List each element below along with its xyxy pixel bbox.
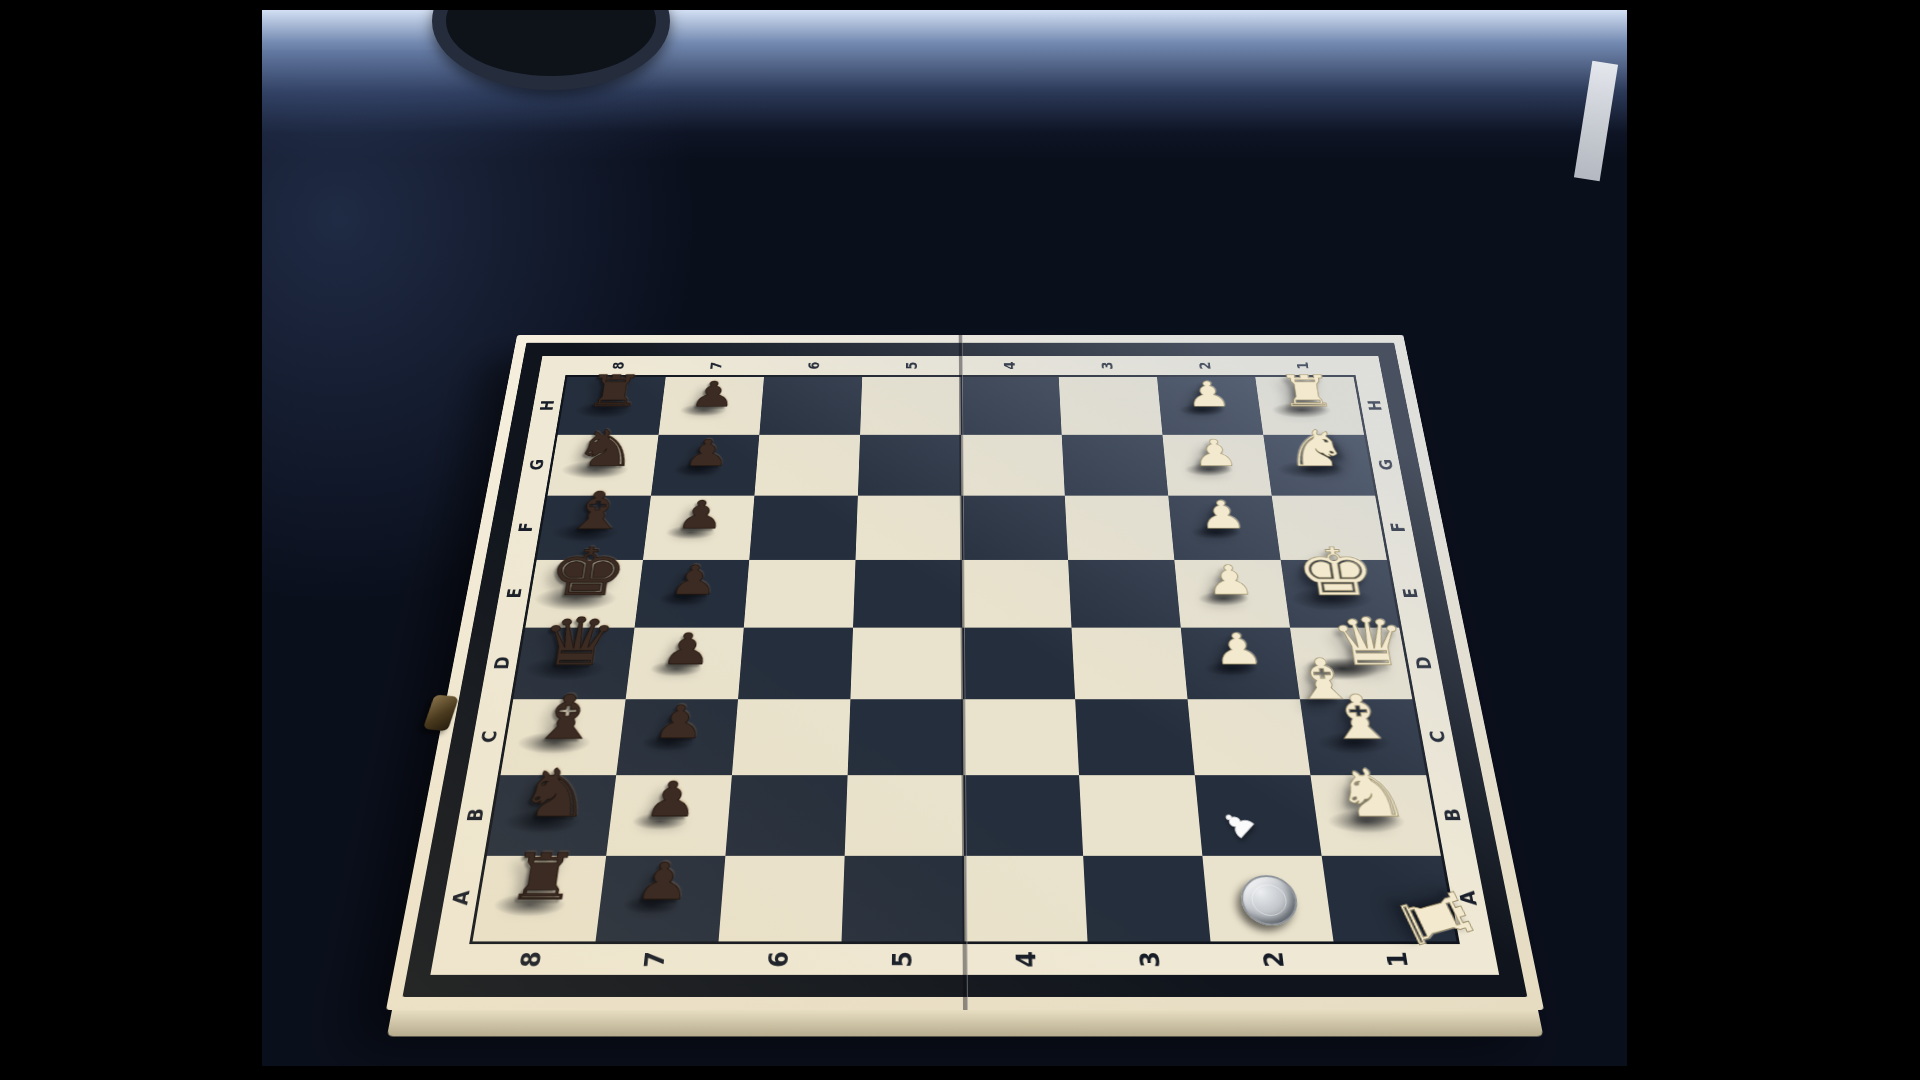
piece-shadow <box>678 404 727 417</box>
piece-shadow <box>491 893 568 917</box>
piece-shadow <box>639 734 696 751</box>
pawn-glyph: ♟ <box>1213 803 1261 845</box>
piece-shadow <box>1315 732 1393 755</box>
piece-shadow <box>1325 809 1407 833</box>
piece-shadow <box>522 657 608 681</box>
piece-shadow <box>1203 661 1258 677</box>
piece-shadow <box>1177 404 1227 417</box>
piece-shadow <box>515 732 592 755</box>
chess-board: 87654321 87654321 HGFEDCBA HGFEDCBA ♟♜ ♜… <box>386 335 1544 1010</box>
flat-items-layer: ♟♜ <box>472 377 1456 942</box>
board-surface: 87654321 87654321 HGFEDCBA HGFEDCBA ♟♜ <box>386 335 1544 1010</box>
piece-shadow <box>549 523 620 542</box>
board-front-edge <box>386 1010 1543 1036</box>
piece-shadow <box>1275 460 1346 478</box>
piece-shadow <box>620 895 681 914</box>
piece-shadow <box>656 591 710 606</box>
board-scene: 87654321 87654321 HGFEDCBA HGFEDCBA ♟♜ ♜… <box>262 10 1627 1066</box>
piece-shadow <box>572 402 635 418</box>
piece-shadow <box>630 813 689 831</box>
piece-shadow <box>648 661 703 677</box>
piece-shadow <box>1189 525 1241 539</box>
coin-a2[interactable] <box>1238 875 1300 925</box>
piece-shadow <box>664 525 716 539</box>
piece-shadow <box>1196 591 1250 606</box>
piece-shadow <box>1270 402 1333 418</box>
piece-shadow <box>671 463 722 476</box>
piece-shadow <box>559 460 630 478</box>
piece-shadow <box>501 809 583 833</box>
piece-shadow <box>1287 587 1375 611</box>
piece-shadow <box>531 587 619 611</box>
photo-area: 87654321 87654321 HGFEDCBA HGFEDCBA ♟♜ ♜… <box>262 10 1627 1066</box>
piece-shadow <box>1183 463 1234 476</box>
